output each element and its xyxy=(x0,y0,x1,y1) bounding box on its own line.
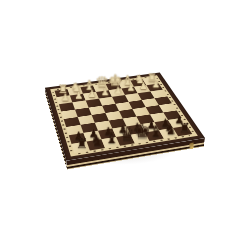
square-4-5 xyxy=(132,107,150,116)
piece-white-pawn: ♟ xyxy=(85,89,98,99)
piece-black-knight: ♞ xyxy=(163,122,178,136)
piece-white-pawn: ♟ xyxy=(150,80,163,89)
chess-set-photo: ♜♞♝♛♚♝♞♜♟♟♟♟♟♟♟♟♟♟♟♟♟♟♟♟♜♞♝♛♚♝♞♜ xyxy=(0,0,228,228)
piece-white-pawn: ♟ xyxy=(137,82,150,91)
piece-white-pawn: ♟ xyxy=(72,91,86,101)
piece-black-bishop: ♝ xyxy=(104,130,119,145)
piece-white-pawn: ♟ xyxy=(58,93,72,103)
piece-white-pawn: ♟ xyxy=(111,85,124,95)
chess-board: ♜♞♝♛♚♝♞♜♟♟♟♟♟♟♟♟♟♟♟♟♟♟♟♟♜♞♝♛♚♝♞♜ xyxy=(55,77,193,153)
chess-set: ♜♞♝♛♚♝♞♜♟♟♟♟♟♟♟♟♟♟♟♟♟♟♟♟♜♞♝♛♚♝♞♜ xyxy=(45,73,205,161)
piece-black-queen: ♛ xyxy=(119,126,134,144)
piece-black-rook: ♜ xyxy=(177,121,192,134)
piece-black-rook: ♜ xyxy=(74,137,90,150)
piece-white-pawn: ♟ xyxy=(98,87,111,97)
brass-clasp xyxy=(189,142,194,155)
piece-black-king: ♚ xyxy=(134,122,149,141)
piece-black-bishop: ♝ xyxy=(148,123,163,138)
chess-box: ♜♞♝♛♚♝♞♜♟♟♟♟♟♟♟♟♟♟♟♟♟♟♟♟♜♞♝♛♚♝♞♜ xyxy=(45,73,205,161)
piece-black-knight: ♞ xyxy=(89,134,105,148)
piece-white-pawn: ♟ xyxy=(124,84,137,93)
